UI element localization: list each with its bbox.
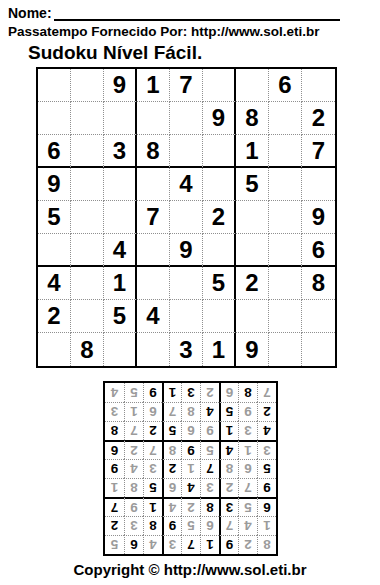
- solution-cell-r9c5: 3: [181, 383, 200, 402]
- puzzle-cell-r8c7: [236, 300, 269, 333]
- puzzle-cell-r1c1: [38, 69, 71, 102]
- solution-cell-r3c4: 8: [200, 497, 219, 516]
- solution-cell-r2c2: 4: [238, 516, 257, 535]
- solution-cell-r6c7: 7: [143, 440, 162, 459]
- puzzle-cell-r5c3: [104, 201, 137, 234]
- puzzle-cell-r4c5: 4: [170, 168, 203, 201]
- puzzle-cell-r9c3: [104, 333, 137, 366]
- puzzle-cell-r1c6: [203, 69, 236, 102]
- solution-cell-r4c5: 4: [181, 478, 200, 497]
- puzzle-cell-r9c7: 9: [236, 333, 269, 366]
- solution-cell-r3c1: 6: [257, 497, 276, 516]
- solution-cell-r6c3: 4: [219, 440, 238, 459]
- puzzle-cell-r6c6: [203, 234, 236, 267]
- puzzle-cell-r4c4: [137, 168, 170, 201]
- solution-cell-r6c5: 9: [181, 440, 200, 459]
- puzzle-cell-r9c4: [137, 333, 170, 366]
- header: Nome: Passatempo Fornecido Por: http://w…: [0, 0, 380, 64]
- solution-cell-r6c6: 8: [162, 440, 181, 459]
- solution-cell-r2c4: 6: [200, 516, 219, 535]
- puzzle-cell-r5c9: 9: [302, 201, 335, 234]
- solution-cell-r4c3: 2: [219, 478, 238, 497]
- solution-cell-r5c1: 5: [257, 459, 276, 478]
- puzzle-cell-r8c1: 2: [38, 300, 71, 333]
- puzzle-cell-r9c5: 3: [170, 333, 203, 366]
- solution-cell-r7c8: 7: [124, 421, 143, 440]
- puzzle-cell-r9c8: [269, 333, 302, 366]
- puzzle-cell-r4c1: 9: [38, 168, 71, 201]
- puzzle-cell-r3c9: 7: [302, 135, 335, 168]
- puzzle-cell-r4c2: [71, 168, 104, 201]
- solution-grid-rotated-wrapper: 8291734651476598326538241979723465815687…: [103, 381, 278, 556]
- puzzle-cell-r7c6: 5: [203, 267, 236, 300]
- puzzle-cell-r3c3: 3: [104, 135, 137, 168]
- puzzle-cell-r5c4: 7: [137, 201, 170, 234]
- puzzle-cell-r5c6: 2: [203, 201, 236, 234]
- solution-cell-r5c6: 2: [162, 459, 181, 478]
- solution-cell-r3c8: 9: [124, 497, 143, 516]
- solution-cell-r4c2: 7: [238, 478, 257, 497]
- puzzle-cell-r1c3: 9: [104, 69, 137, 102]
- solution-cell-r9c8: 5: [124, 383, 143, 402]
- puzzle-grid: 9176982638179455729496415282548319: [36, 67, 337, 368]
- puzzle-cell-r1c5: 7: [170, 69, 203, 102]
- puzzle-cell-r5c5: [170, 201, 203, 234]
- puzzle-cell-r5c7: [236, 201, 269, 234]
- solution-cell-r4c9: 1: [105, 478, 124, 497]
- name-underline: [54, 6, 340, 21]
- puzzle-cell-r7c9: 8: [302, 267, 335, 300]
- puzzle-cell-r9c2: 8: [71, 333, 104, 366]
- puzzle-cell-r5c8: [269, 201, 302, 234]
- solution-cell-r5c8: 4: [124, 459, 143, 478]
- solution-cell-r2c8: 3: [124, 516, 143, 535]
- solution-cell-r6c8: 2: [124, 440, 143, 459]
- solution-cell-r1c7: 4: [143, 535, 162, 554]
- solution-cell-r2c1: 1: [257, 516, 276, 535]
- puzzle-cell-r3c6: [203, 135, 236, 168]
- solution-cell-r8c2: 9: [238, 402, 257, 421]
- puzzle-cell-r1c7: [236, 69, 269, 102]
- provider-line: Passatempo Fornecido Por: http://www.sol…: [8, 24, 372, 39]
- puzzle-cell-r8c4: 4: [137, 300, 170, 333]
- solution-cell-r1c3: 9: [219, 535, 238, 554]
- puzzle-cell-r2c2: [71, 102, 104, 135]
- solution-cell-r2c7: 8: [143, 516, 162, 535]
- solution-cell-r4c8: 8: [124, 478, 143, 497]
- solution-cell-r8c1: 2: [257, 402, 276, 421]
- puzzle-cell-r7c7: 2: [236, 267, 269, 300]
- puzzle-cell-r2c5: [170, 102, 203, 135]
- puzzle-cell-r1c9: [302, 69, 335, 102]
- solution-cell-r5c4: 7: [200, 459, 219, 478]
- copyright-text: Copyright © http://www.sol.eti.br: [74, 561, 307, 578]
- solution-cell-r3c6: 4: [162, 497, 181, 516]
- solution-cell-r8c6: 7: [162, 402, 181, 421]
- solution-cell-r1c9: 5: [105, 535, 124, 554]
- solution-cell-r9c9: 4: [105, 383, 124, 402]
- solution-cell-r2c5: 5: [181, 516, 200, 535]
- solution-cell-r3c9: 7: [105, 497, 124, 516]
- solution-cell-r9c1: 7: [257, 383, 276, 402]
- puzzle-cell-r7c4: [137, 267, 170, 300]
- puzzle-cell-r1c4: 1: [137, 69, 170, 102]
- solution-cell-r9c6: 1: [162, 383, 181, 402]
- solution-cell-r1c8: 6: [124, 535, 143, 554]
- solution-cell-r7c7: 2: [143, 421, 162, 440]
- name-label: Nome:: [8, 6, 52, 21]
- puzzle-cell-r8c2: [71, 300, 104, 333]
- puzzle-cell-r8c6: [203, 300, 236, 333]
- puzzle-cell-r7c8: [269, 267, 302, 300]
- solution-cell-r7c3: 1: [219, 421, 238, 440]
- puzzle-cell-r5c2: [71, 201, 104, 234]
- puzzle-cell-r2c1: [38, 102, 71, 135]
- puzzle-cell-r3c1: 6: [38, 135, 71, 168]
- puzzle-cell-r1c8: 6: [269, 69, 302, 102]
- puzzle-cell-r2c3: [104, 102, 137, 135]
- solution-cell-r4c4: 3: [200, 478, 219, 497]
- solution-cell-r9c4: 2: [200, 383, 219, 402]
- name-line: Nome:: [8, 4, 372, 21]
- puzzle-cell-r6c1: [38, 234, 71, 267]
- solution-cell-r1c6: 3: [162, 535, 181, 554]
- puzzle-cell-r4c7: 5: [236, 168, 269, 201]
- solution-cell-r7c2: 3: [238, 421, 257, 440]
- puzzle-cell-r6c2: [71, 234, 104, 267]
- puzzle-cell-r7c1: 4: [38, 267, 71, 300]
- solution-cell-r8c3: 5: [219, 402, 238, 421]
- solution-cell-r8c4: 4: [200, 402, 219, 421]
- puzzle-cell-r1c2: [71, 69, 104, 102]
- solution-cell-r7c4: 9: [200, 421, 219, 440]
- solution-cell-r5c5: 1: [181, 459, 200, 478]
- solution-cell-r6c4: 5: [200, 440, 219, 459]
- footer: Copyright © http://www.sol.eti.br: [0, 561, 380, 579]
- puzzle-cell-r9c9: [302, 333, 335, 366]
- puzzle-cell-r3c2: [71, 135, 104, 168]
- puzzle-cell-r2c4: [137, 102, 170, 135]
- solution-cell-r5c9: 9: [105, 459, 124, 478]
- solution-cell-r3c2: 5: [238, 497, 257, 516]
- worksheet-page: Nome: Passatempo Fornecido Por: http://w…: [0, 0, 380, 585]
- solution-cell-r1c5: 7: [181, 535, 200, 554]
- solution-cell-r8c7: 6: [143, 402, 162, 421]
- solution-cell-r1c4: 1: [200, 535, 219, 554]
- solution-cell-r9c7: 9: [143, 383, 162, 402]
- puzzle-cell-r6c8: [269, 234, 302, 267]
- puzzle-cell-r2c9: 2: [302, 102, 335, 135]
- page-title: Sudoku Nível Fácil.: [28, 42, 372, 64]
- puzzle-cell-r6c5: 9: [170, 234, 203, 267]
- puzzle-cell-r3c8: [269, 135, 302, 168]
- solution-cell-r4c7: 5: [143, 478, 162, 497]
- puzzle-cell-r9c6: 1: [203, 333, 236, 366]
- solution-cell-r6c9: 6: [105, 440, 124, 459]
- puzzle-cell-r3c5: [170, 135, 203, 168]
- puzzle-cell-r4c6: [203, 168, 236, 201]
- puzzle-cell-r2c8: [269, 102, 302, 135]
- puzzle-cell-r5c1: 5: [38, 201, 71, 234]
- puzzle-cell-r8c5: [170, 300, 203, 333]
- puzzle-cell-r3c7: 1: [236, 135, 269, 168]
- puzzle-cell-r3c4: 8: [137, 135, 170, 168]
- puzzle-cell-r8c8: [269, 300, 302, 333]
- solution-cell-r5c2: 6: [238, 459, 257, 478]
- solution-cell-r4c1: 9: [257, 478, 276, 497]
- solution-cell-r3c3: 3: [219, 497, 238, 516]
- solution-cell-r5c7: 3: [143, 459, 162, 478]
- puzzle-cell-r7c5: [170, 267, 203, 300]
- solution-cell-r8c5: 8: [181, 402, 200, 421]
- solution-cell-r7c5: 6: [181, 421, 200, 440]
- solution-cell-r2c3: 7: [219, 516, 238, 535]
- puzzle-cell-r4c3: [104, 168, 137, 201]
- puzzle-cell-r6c9: 6: [302, 234, 335, 267]
- solution-cell-r8c9: 3: [105, 402, 124, 421]
- solution-cell-r3c7: 1: [143, 497, 162, 516]
- puzzle-cell-r2c7: 8: [236, 102, 269, 135]
- solution-cell-r5c3: 8: [219, 459, 238, 478]
- puzzle-cell-r7c2: [71, 267, 104, 300]
- solution-cell-r6c2: 1: [238, 440, 257, 459]
- solution-cell-r7c6: 5: [162, 421, 181, 440]
- puzzle-cell-r4c9: [302, 168, 335, 201]
- solution-cell-r9c3: 6: [219, 383, 238, 402]
- puzzle-cell-r6c4: [137, 234, 170, 267]
- solution-cell-r8c8: 1: [124, 402, 143, 421]
- solution-cell-r1c1: 8: [257, 535, 276, 554]
- solution-cell-r4c6: 6: [162, 478, 181, 497]
- solution-cell-r7c1: 4: [257, 421, 276, 440]
- puzzle-cell-r4c8: [269, 168, 302, 201]
- solution-grid: 8291734651476598326538241979723465815687…: [103, 381, 278, 556]
- puzzle-cell-r8c9: [302, 300, 335, 333]
- puzzle-cell-r9c1: [38, 333, 71, 366]
- solution-cell-r2c6: 9: [162, 516, 181, 535]
- puzzle-cell-r7c3: 1: [104, 267, 137, 300]
- puzzle-cell-r6c3: 4: [104, 234, 137, 267]
- puzzle-cell-r8c3: 5: [104, 300, 137, 333]
- puzzle-cell-r2c6: 9: [203, 102, 236, 135]
- solution-cell-r1c2: 2: [238, 535, 257, 554]
- solution-cell-r6c1: 3: [257, 440, 276, 459]
- solution-cell-r3c5: 2: [181, 497, 200, 516]
- puzzle-cell-r6c7: [236, 234, 269, 267]
- solution-cell-r9c2: 8: [238, 383, 257, 402]
- solution-cell-r7c9: 8: [105, 421, 124, 440]
- solution-cell-r2c9: 2: [105, 516, 124, 535]
